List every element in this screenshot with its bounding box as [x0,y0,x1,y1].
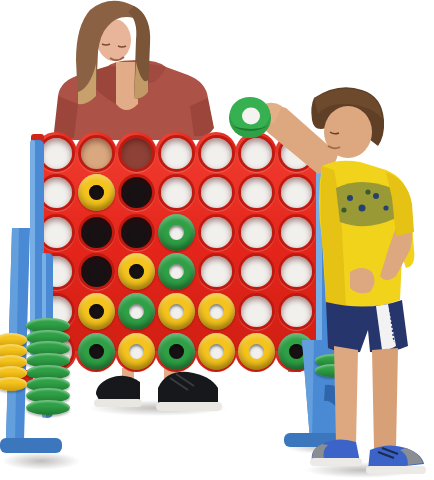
disc-center-hole [89,304,104,319]
scene-giant-connect-four: { "game": "Connect Four", "setting": "gi… [0,0,434,480]
player-boy [210,80,434,480]
stored-disc [0,377,27,391]
boy-shirt-graphic [336,182,396,226]
woman-shoes [94,368,222,411]
hole-r3c3-empty [118,214,155,251]
disc-green-r5c3 [118,293,155,330]
disc-green-r6c2 [78,333,115,370]
disc-center-hole [169,264,184,279]
disc-yellow-r6c3 [118,333,155,370]
hole-r1c4-empty [158,135,195,172]
disc-center-hole [89,185,104,200]
left-foot [0,438,62,453]
disc-yellow-r4c3 [118,253,155,290]
disc-center-hole [129,344,144,359]
hole-r2c4-empty [158,174,195,211]
hole-r1c3-empty [118,135,155,172]
disc-yellow-r5c2 [78,293,115,330]
disc-center-hole [169,344,184,359]
left-frame [0,130,80,475]
stored-disc [26,400,70,415]
hole-r4c2-empty [78,253,115,290]
storage-stack-green-left [25,318,71,415]
disc-green-r3c4 [158,214,195,251]
disc-center-hole [129,264,144,279]
boy-shoes [310,439,426,474]
boy-legs [334,346,358,444]
hole-r1c2-empty [78,135,115,172]
disc-center-hole [169,304,184,319]
storage-stack-yellow-left [0,333,28,391]
disc-green-r6c4 [158,333,195,370]
disc-center-hole [89,344,104,359]
hole-r3c2-empty [78,214,115,251]
disc-center-hole [169,225,184,240]
disc-yellow-r2c2 [78,174,115,211]
held-green-disc [229,97,271,138]
hole-r2c3-empty [118,174,155,211]
disc-yellow-r5c4 [158,293,195,330]
boy-left-hand [350,268,375,293]
disc-green-r4c4 [158,253,195,290]
disc-center-hole [129,304,144,319]
